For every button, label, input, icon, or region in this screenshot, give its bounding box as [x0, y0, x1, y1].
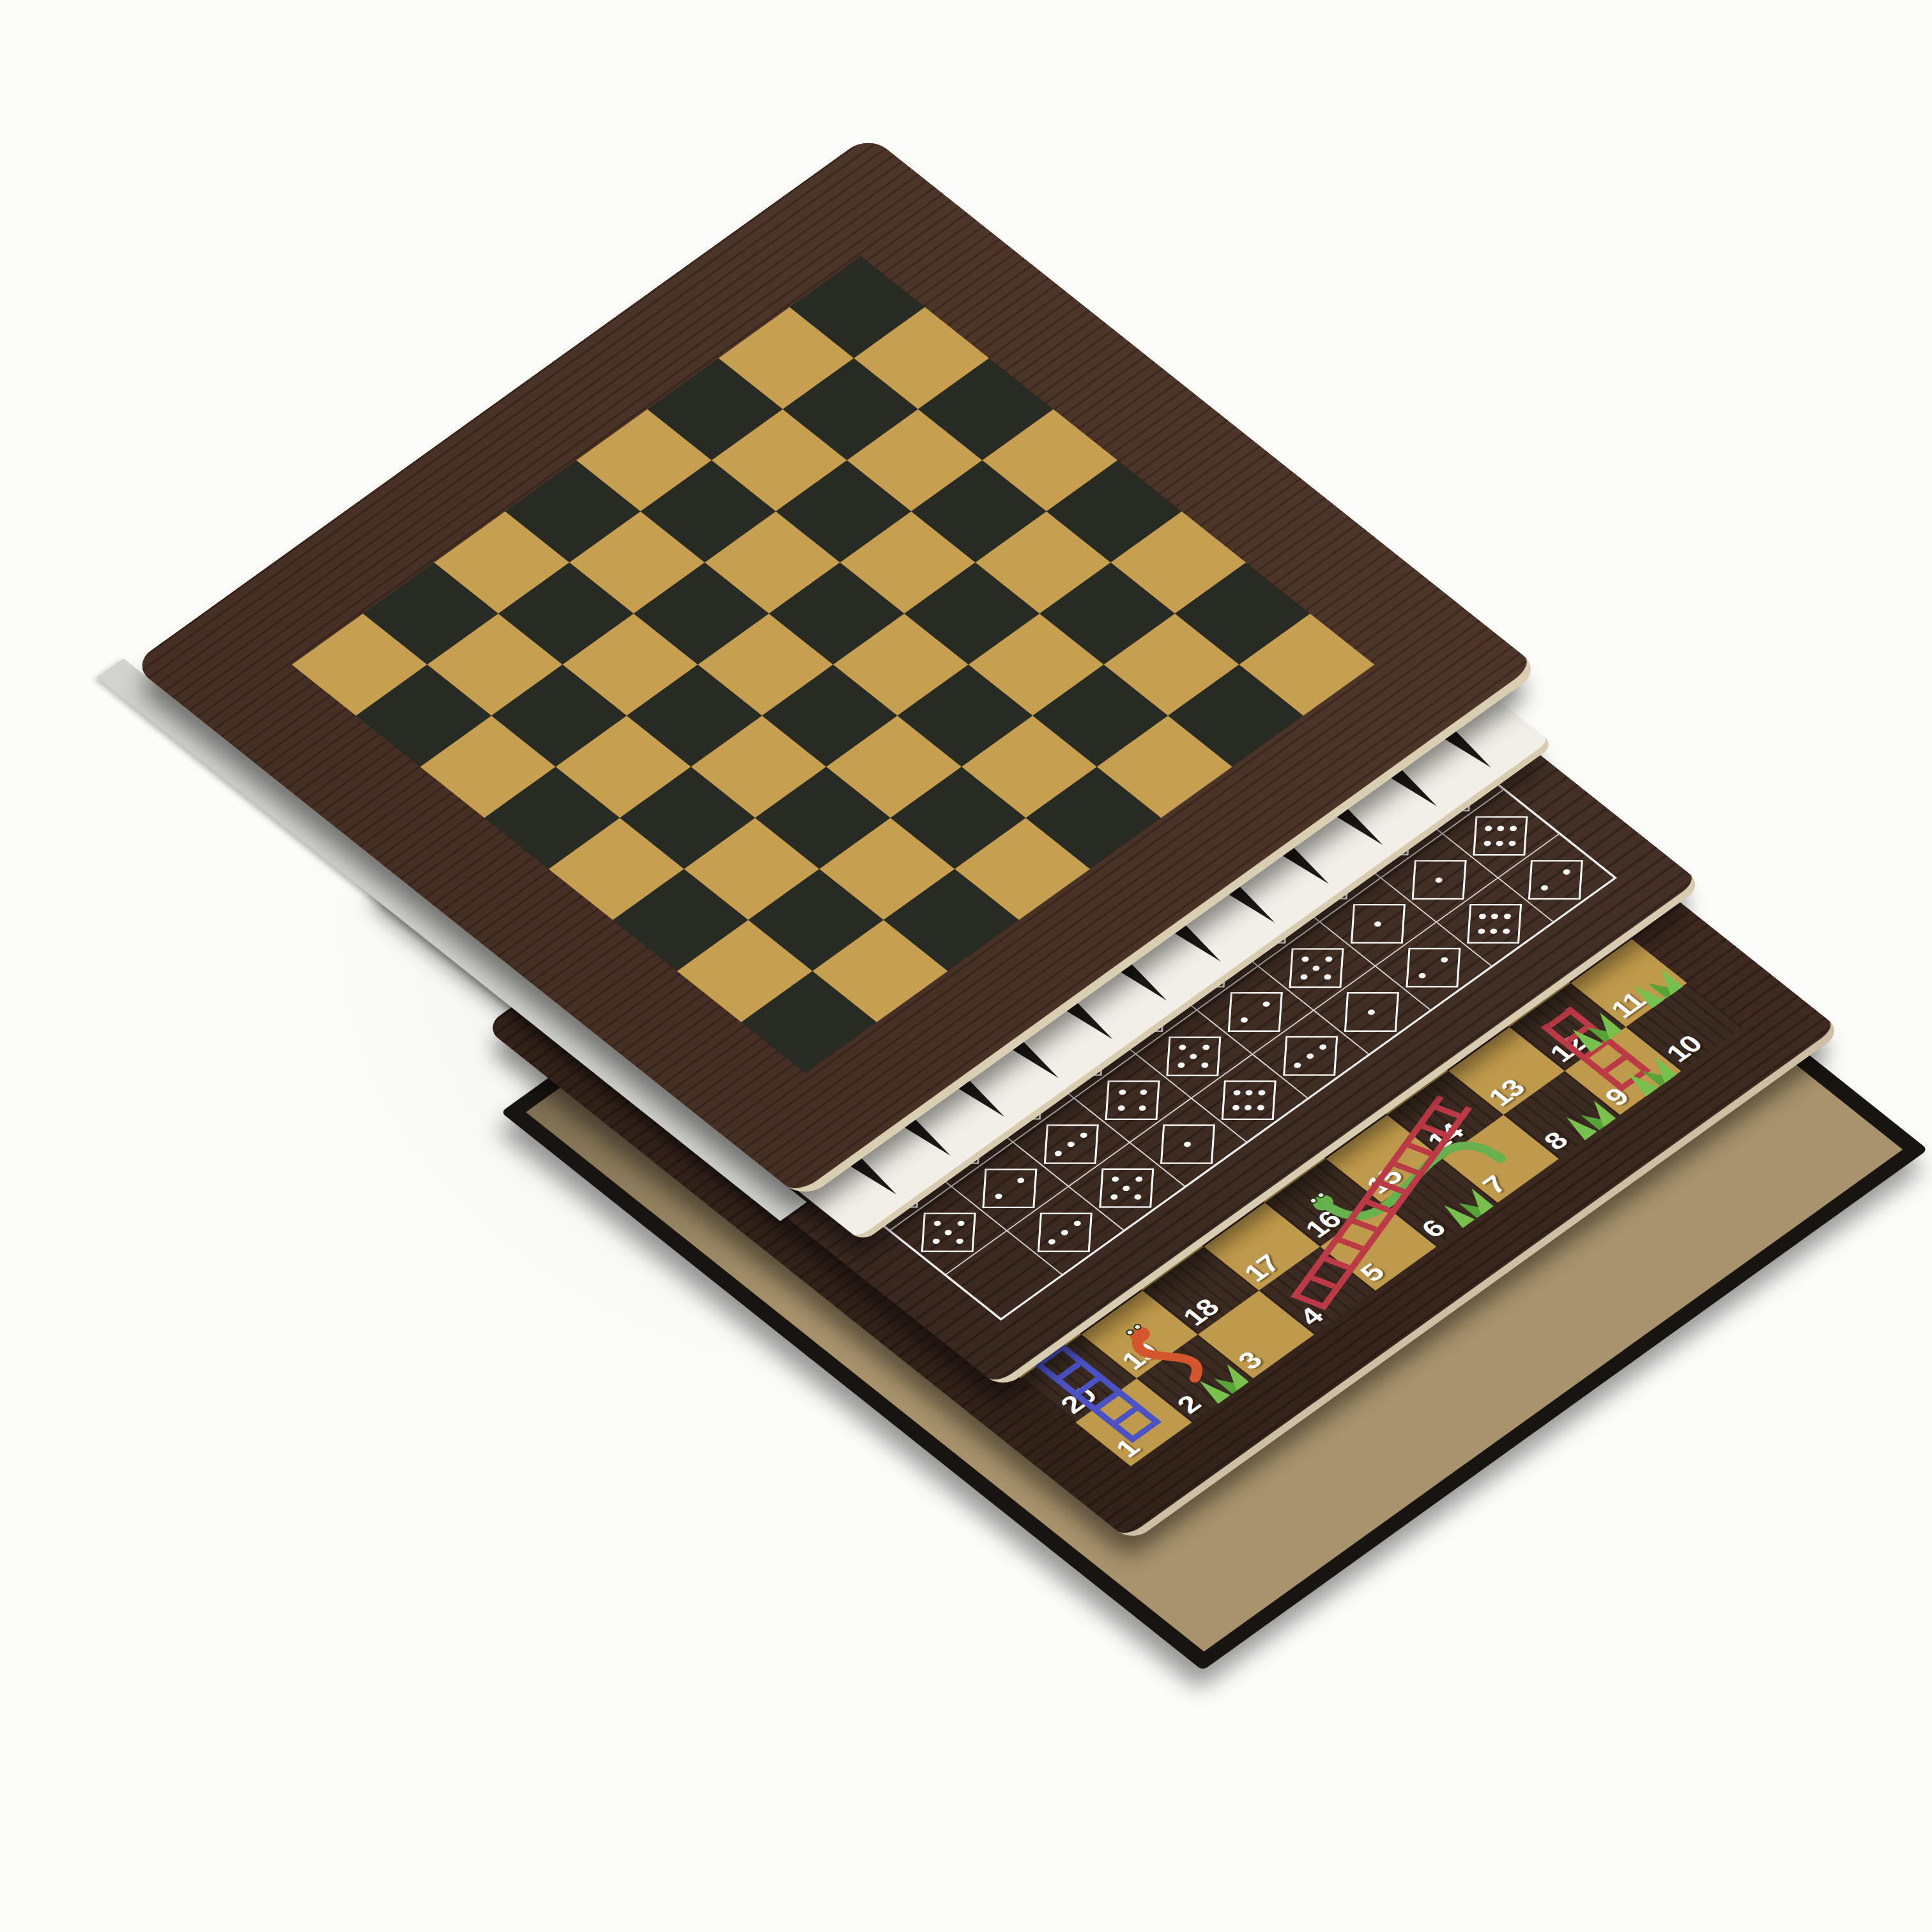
- die-pip: [1202, 1045, 1210, 1050]
- die-pip: [1563, 869, 1571, 874]
- die-pip: [1418, 974, 1426, 979]
- die-face-2: [982, 1169, 1037, 1208]
- die-face-5: [1099, 1169, 1154, 1208]
- die-pip: [1061, 1230, 1069, 1235]
- die-pip: [1246, 1090, 1253, 1095]
- die-pip: [1139, 1106, 1147, 1111]
- die-pip: [1483, 841, 1491, 846]
- die-face-6: [1467, 904, 1522, 944]
- die-pip: [1140, 1089, 1147, 1094]
- die-face-1: [1160, 1124, 1215, 1164]
- die-face-2: [1406, 948, 1460, 988]
- die-pip: [933, 1239, 940, 1244]
- die-pip: [1319, 1045, 1327, 1050]
- die-pip: [1491, 928, 1498, 933]
- die-pip: [1201, 1062, 1209, 1068]
- die-face-5: [1166, 1036, 1221, 1076]
- die-pip: [1233, 1090, 1241, 1095]
- die-pip: [1178, 1062, 1186, 1068]
- die-pip: [1190, 1054, 1198, 1059]
- die-face-4: [1105, 1080, 1160, 1120]
- die-pip: [1117, 1106, 1125, 1111]
- die-pip: [1510, 826, 1517, 831]
- die-pip: [956, 1239, 963, 1244]
- die-pip: [1301, 974, 1308, 979]
- die-pip: [1080, 1133, 1088, 1138]
- die-pip: [1240, 1018, 1248, 1023]
- die-pip: [1504, 914, 1512, 919]
- die-pip: [1074, 1220, 1082, 1225]
- die-pip: [1184, 1142, 1192, 1147]
- die-pip: [1509, 841, 1517, 846]
- die-pip: [1436, 877, 1443, 882]
- die-pip: [1134, 1195, 1142, 1200]
- die-pip: [1498, 826, 1505, 831]
- die-pip: [1478, 928, 1485, 933]
- die-pip: [1055, 1151, 1062, 1156]
- die-pip: [1245, 1105, 1253, 1110]
- die-face-3: [1283, 1036, 1338, 1076]
- die-pip: [1307, 1054, 1314, 1059]
- die-pip: [1491, 914, 1499, 919]
- die-pip: [957, 1221, 965, 1226]
- die-pip: [933, 1221, 941, 1226]
- die-pip: [1485, 826, 1492, 831]
- die-pip: [1324, 974, 1331, 979]
- die-pip: [945, 1230, 953, 1235]
- die-pip: [1496, 841, 1504, 846]
- die-face-1: [1412, 860, 1467, 900]
- die-pip: [1259, 1090, 1266, 1095]
- die-pip: [1262, 1001, 1270, 1006]
- die-pip: [1313, 965, 1321, 970]
- photo-stage: 1009998979695949392918182838485868788899…: [0, 0, 1932, 1932]
- die-pip: [1123, 1186, 1130, 1191]
- die-pip: [1135, 1177, 1143, 1182]
- die-face-6: [1222, 1080, 1276, 1120]
- die-face-2: [1528, 860, 1583, 900]
- die-pip: [1374, 921, 1382, 926]
- die-face-1: [1344, 992, 1399, 1032]
- die-face-5: [921, 1213, 976, 1252]
- die-pip: [1441, 957, 1448, 962]
- die-face-1: [1351, 904, 1406, 944]
- die-face-3: [1038, 1213, 1092, 1252]
- die-pip: [1368, 1009, 1376, 1015]
- die-pip: [1503, 928, 1510, 933]
- die-pip: [1068, 1142, 1075, 1147]
- die-pip: [995, 1193, 1002, 1199]
- die-pip: [1257, 1105, 1265, 1110]
- die-pip: [1294, 1062, 1301, 1068]
- die-face-5: [1289, 948, 1344, 988]
- die-pip: [1541, 885, 1549, 891]
- die-face-3: [1043, 1124, 1098, 1164]
- die-pip: [1325, 956, 1333, 962]
- die-face-2: [1227, 992, 1282, 1032]
- die-pip: [1479, 914, 1487, 919]
- die-pip: [1048, 1239, 1056, 1244]
- die-face-6: [1473, 816, 1528, 855]
- die-pip: [1112, 1177, 1119, 1182]
- die-pip: [1301, 956, 1309, 962]
- die-pip: [1119, 1089, 1126, 1094]
- die-pip: [1110, 1195, 1118, 1200]
- die-pip: [1179, 1045, 1186, 1050]
- die-pip: [1232, 1105, 1240, 1110]
- die-pip: [1017, 1177, 1025, 1183]
